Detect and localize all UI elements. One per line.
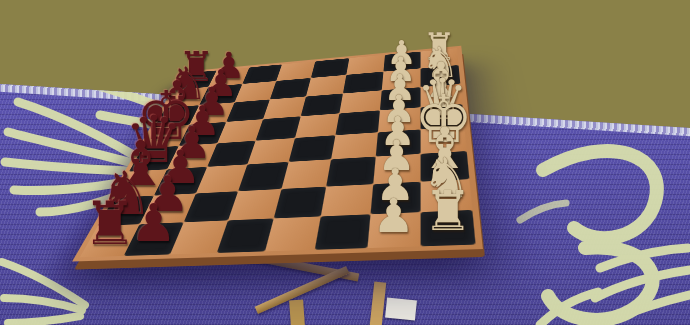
square-d4 (295, 113, 340, 138)
square-h2 (367, 212, 420, 248)
stand-leg (289, 300, 305, 325)
square-d2 (377, 107, 420, 132)
square-f1 (420, 151, 469, 181)
square-g1 (420, 179, 472, 212)
square-h1 (420, 210, 475, 247)
square-h4 (265, 216, 321, 251)
square-g2 (370, 181, 420, 214)
square-d3 (336, 110, 380, 135)
scene-chessboard-photo: ♜♞♝♚♛♝♞♜♟♟♟♟♟♟♟♟♜♞♝♛♚♝♞♜♟♟♟♟♟♟♟♟ (0, 0, 690, 325)
square-e2 (375, 129, 420, 156)
square-f4 (282, 159, 332, 188)
square-f2 (373, 154, 421, 184)
square-e1 (420, 126, 466, 154)
square-f3 (326, 157, 375, 187)
square-g4 (274, 186, 327, 218)
square-h3 (315, 214, 370, 250)
square-d1 (420, 104, 464, 129)
white-card (385, 297, 417, 320)
square-e4 (289, 135, 336, 162)
square-g3 (321, 184, 373, 216)
square-e3 (331, 132, 377, 159)
square-e5 (247, 138, 295, 165)
